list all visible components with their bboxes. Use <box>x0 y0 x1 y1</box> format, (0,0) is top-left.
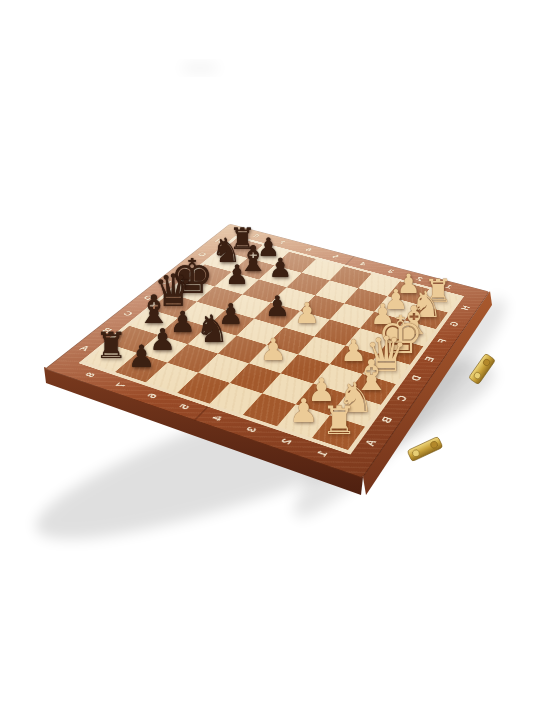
black-pawn-g6[interactable]: ♟ <box>269 255 293 281</box>
black-pawn-f7[interactable]: ♟ <box>225 261 249 288</box>
black-pawn-e5[interactable]: ♟ <box>265 292 290 320</box>
white-pawn-e4[interactable]: ♟ <box>294 301 320 330</box>
brass-clasp-lower[interactable] <box>407 436 443 461</box>
black-rook-a8[interactable]: ♜ <box>95 329 127 365</box>
black-pawn-a7[interactable]: ♟ <box>128 343 156 374</box>
black-knight-c6[interactable]: ♞ <box>195 309 229 347</box>
white-pawn-c4[interactable]: ♟ <box>260 335 287 365</box>
product-photo-scene: 1122334455667788AABBCCDDEEFFGGHH ♜♝♛♚♞♜♟… <box>0 0 540 720</box>
white-pawn-a2[interactable]: ♟ <box>289 394 318 427</box>
white-rook-a1[interactable]: ♜ <box>321 401 356 440</box>
background-smudge <box>180 63 220 73</box>
